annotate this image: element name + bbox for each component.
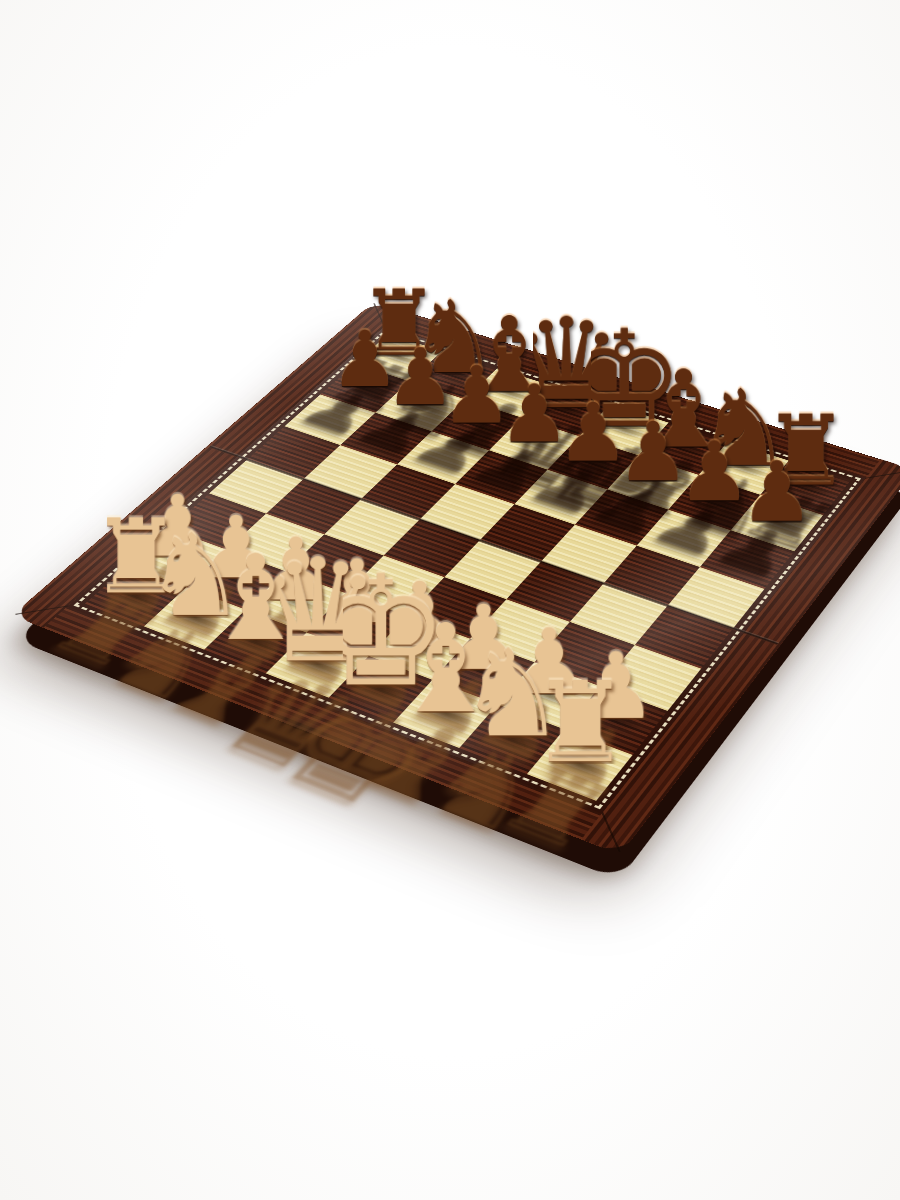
square-e8[interactable] — [579, 404, 668, 455]
piece-reflection-b7: ♟ — [351, 396, 448, 453]
piece-reflection-g8: ♞ — [666, 458, 775, 533]
piece-black-pawn-d7[interactable]: ♟ — [501, 282, 568, 444]
square-d7[interactable] — [489, 418, 579, 470]
piece-black-king-e8[interactable]: ♚ — [591, 269, 657, 429]
piece-reflection-d8: ♛ — [475, 401, 595, 483]
board-scene: ♜♜♞♞♝♝♛♛♚♚♝♝♞♞♜♜♟♟♟♟♟♟♟♟♟♟♟♟♟♟♟♟♟♟♟♟♟♟♟♟… — [150, 210, 810, 870]
piece-black-pawn-b7[interactable]: ♟ — [388, 248, 453, 406]
piece-white-rook-h1[interactable]: ♜ — [541, 575, 619, 764]
piece-black-pawn-e7[interactable]: ♟ — [560, 299, 627, 462]
piece-reflection-e8: ♚ — [530, 420, 654, 508]
piece-black-rook-a8[interactable]: ♜ — [367, 203, 430, 357]
square-b7[interactable] — [375, 381, 465, 431]
pieces-layer: ♜♜♞♞♝♝♛♛♚♚♝♝♞♞♜♜♟♟♟♟♟♟♟♟♟♟♟♟♟♟♟♟♟♟♟♟♟♟♟♟… — [85, 334, 851, 801]
square-a8[interactable] — [355, 334, 442, 381]
piece-reflection-c7: ♟ — [408, 415, 506, 474]
piece-black-pawn-f7[interactable]: ♟ — [619, 317, 687, 482]
piece-black-rook-h8[interactable]: ♜ — [772, 322, 840, 487]
square-c7[interactable] — [432, 399, 522, 450]
piece-black-pawn-a7[interactable]: ♟ — [333, 231, 398, 388]
photo-stage: ♜♜♞♞♝♝♛♛♚♚♝♝♞♞♜♜♟♟♟♟♟♟♟♟♟♟♟♟♟♟♟♟♟♟♟♟♟♟♟♟… — [0, 0, 900, 1200]
square-a7[interactable] — [320, 364, 409, 413]
piece-black-bishop-c8[interactable]: ♝ — [477, 235, 542, 392]
square-f8[interactable] — [638, 423, 728, 475]
piece-black-knight-b8[interactable]: ♞ — [421, 219, 485, 375]
board-frame: ♜♜♞♞♝♝♛♛♚♚♝♝♞♞♜♜♟♟♟♟♟♟♟♟♟♟♟♟♟♟♟♟♟♟♟♟♟♟♟♟… — [12, 302, 900, 855]
piece-black-pawn-c7[interactable]: ♟ — [444, 264, 510, 424]
piece-black-pawn-g7[interactable]: ♟ — [680, 335, 749, 502]
square-c8[interactable] — [465, 368, 553, 417]
piece-reflection-e7: ♟ — [524, 452, 623, 513]
square-g7[interactable] — [668, 475, 760, 530]
piece-black-bishop-f8[interactable]: ♝ — [650, 286, 717, 448]
playfield: ♜♜♞♞♝♝♛♛♚♚♝♝♞♞♜♜♟♟♟♟♟♟♟♟♟♟♟♟♟♟♟♟♟♟♟♟♟♟♟♟… — [68, 326, 867, 813]
piece-reflection-h7: ♟ — [709, 512, 809, 577]
piece-reflection-g7: ♟ — [646, 492, 745, 556]
chessboard-3d: ♜♜♞♞♝♝♛♛♚♚♝♝♞♞♜♜♟♟♟♟♟♟♟♟♟♟♟♟♟♟♟♟♟♟♟♟♟♟♟♟… — [12, 302, 900, 855]
piece-reflection-f8: ♝ — [604, 438, 713, 512]
piece-black-pawn-h7[interactable]: ♟ — [742, 354, 811, 522]
piece-black-queen-d8[interactable]: ♛ — [533, 252, 598, 411]
piece-black-knight-g8[interactable]: ♞ — [710, 304, 777, 468]
piece-reflection-b8: ♞ — [373, 366, 481, 434]
piece-reflection-f7: ♟ — [585, 472, 684, 534]
square-f7[interactable] — [607, 455, 698, 509]
piece-reflection-a8: ♜ — [323, 348, 426, 410]
square-d8[interactable] — [522, 386, 611, 436]
piece-reflection-c8: ♝ — [428, 383, 537, 453]
frame-miter-joint — [373, 303, 386, 330]
square-b8[interactable] — [409, 351, 497, 399]
square-g8[interactable] — [699, 441, 789, 494]
square-e7[interactable] — [547, 436, 638, 489]
piece-reflection-d7: ♟ — [465, 433, 563, 493]
